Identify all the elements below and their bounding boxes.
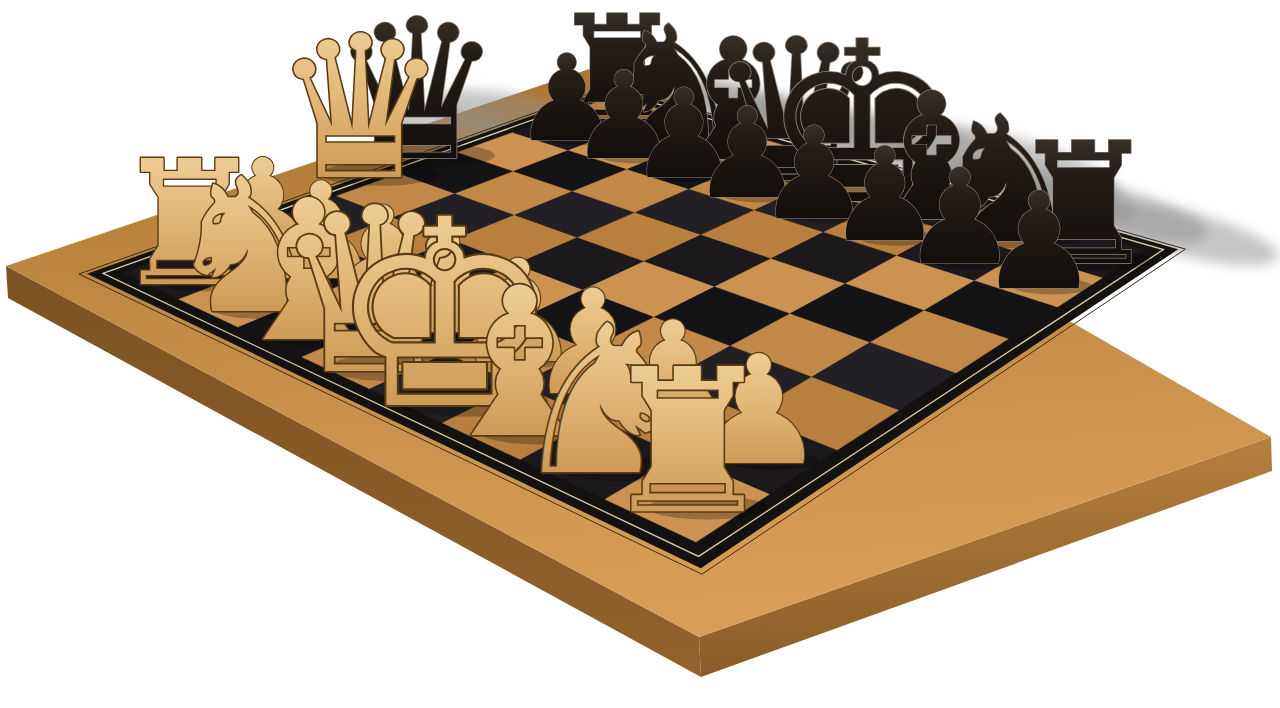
- piece-black-pawn-h7: ♟: [979, 164, 1099, 320]
- piece-white-rook-h1: ♜: [598, 326, 777, 558]
- chess-set-product-photo: ♜♞♟♛♝♟♛♛♟♚♟♝♟♞♟♟♜♟♟♜♟♟♞♟♝♟♛♟♚♟♝♟♞♜: [0, 0, 1280, 708]
- chessboard-3d-scene: ♜♞♟♛♝♟♛♛♟♚♟♝♟♞♟♟♜♟♟♜♟♟♞♟♝♟♛♟♚♟♝♟♞♜: [0, 0, 1280, 708]
